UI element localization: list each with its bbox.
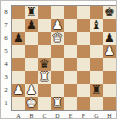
- black-king-icon: ♚: [103, 6, 116, 19]
- square-g6: [90, 32, 103, 45]
- square-g5: [90, 45, 103, 58]
- file-labels: ABCDEFGH: [12, 113, 116, 119]
- black-rook-icon: ♜: [90, 84, 103, 97]
- square-e4: [64, 58, 77, 71]
- square-f3: [77, 71, 90, 84]
- file-label-d: D: [51, 113, 64, 119]
- file-label-h: H: [103, 113, 116, 119]
- file-label-b: B: [25, 113, 38, 119]
- square-f1: [77, 97, 90, 110]
- black-bishop-icon: ♝: [90, 19, 103, 32]
- square-h3: [103, 71, 116, 84]
- square-g7: ♝: [90, 19, 103, 32]
- square-e6: [64, 32, 77, 45]
- square-g1: [90, 97, 103, 110]
- square-a8: [12, 6, 25, 19]
- square-f6: [77, 32, 90, 45]
- square-c7: [38, 19, 51, 32]
- square-c6: [38, 32, 51, 45]
- square-h4: [103, 58, 116, 71]
- square-e1: [64, 97, 77, 110]
- square-c3: ♜: [38, 71, 51, 84]
- square-a6: ♟: [12, 32, 25, 45]
- square-h8: ♚: [103, 6, 116, 19]
- square-h2: [103, 84, 116, 97]
- square-c1: [38, 97, 51, 110]
- square-c8: [38, 6, 51, 19]
- square-d3: [51, 71, 64, 84]
- chess-board: ♜♚♟♟♝♟♛♟♟♛♜♟♟♜♚♜: [11, 5, 117, 111]
- square-e7: [64, 19, 77, 32]
- square-b7: ♟: [25, 19, 38, 32]
- square-e5: [64, 45, 77, 58]
- square-f8: [77, 6, 90, 19]
- square-g2: ♜: [90, 84, 103, 97]
- rank-label-1: 1: [1, 97, 11, 110]
- square-f4: [77, 58, 90, 71]
- black-pawn-icon: ♟: [25, 19, 38, 32]
- square-e8: [64, 6, 77, 19]
- white-rook-icon: ♜: [51, 97, 64, 110]
- square-d5: [51, 45, 64, 58]
- file-label-c: C: [38, 113, 51, 119]
- rank-label-2: 2: [1, 84, 11, 97]
- rank-label-7: 7: [1, 19, 11, 32]
- chess-diagram: 87654321 ♜♚♟♟♝♟♛♟♟♛♜♟♟♜♚♜ ABCDEFGH: [0, 0, 117, 119]
- square-d6: ♛: [51, 32, 64, 45]
- rank-label-8: 8: [1, 6, 11, 19]
- square-b4: [25, 58, 38, 71]
- square-h5: ♟: [103, 45, 116, 58]
- rank-label-4: 4: [1, 58, 11, 71]
- square-a4: [12, 58, 25, 71]
- white-king-icon: ♚: [25, 97, 38, 110]
- square-g4: [90, 58, 103, 71]
- square-a1: [12, 97, 25, 110]
- rank-labels: 87654321: [1, 6, 11, 110]
- square-a2: ♟: [12, 84, 25, 97]
- square-c2: [38, 84, 51, 97]
- file-label-e: E: [64, 113, 77, 119]
- rank-label-6: 6: [1, 32, 11, 45]
- square-h1: [103, 97, 116, 110]
- white-pawn-icon: ♟: [12, 84, 25, 97]
- file-label-f: F: [77, 113, 90, 119]
- square-e2: [64, 84, 77, 97]
- square-a5: [12, 45, 25, 58]
- square-f5: [77, 45, 90, 58]
- white-pawn-icon: ♟: [103, 45, 116, 58]
- square-d1: ♜: [51, 97, 64, 110]
- white-rook-icon: ♜: [38, 71, 51, 84]
- black-pawn-icon: ♟: [12, 32, 25, 45]
- square-b6: [25, 32, 38, 45]
- white-queen-icon: ♛: [51, 32, 64, 45]
- rank-label-3: 3: [1, 71, 11, 84]
- rank-label-5: 5: [1, 45, 11, 58]
- file-label-g: G: [90, 113, 103, 119]
- square-f7: [77, 19, 90, 32]
- file-label-a: A: [12, 113, 25, 119]
- square-e3: [64, 71, 77, 84]
- square-b1: ♚: [25, 97, 38, 110]
- square-f2: [77, 84, 90, 97]
- square-b5: [25, 45, 38, 58]
- square-d4: [51, 58, 64, 71]
